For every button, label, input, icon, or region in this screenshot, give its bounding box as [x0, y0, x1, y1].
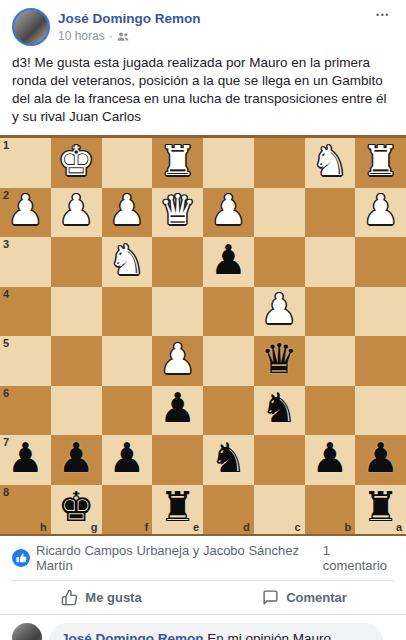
like-badge-icon[interactable] — [12, 549, 30, 567]
file-label-d: d — [243, 521, 250, 533]
piece-bR-a8: ♜ — [362, 487, 399, 528]
like-button-label: Me gusta — [85, 590, 141, 605]
file-label-a: a — [396, 521, 402, 533]
square-f5 — [102, 336, 153, 386]
facebook-post: José Domingo Remon 10 horas · ••• d3! Me… — [0, 0, 406, 640]
square-g3 — [51, 237, 102, 287]
post-text: d3! Me gusta esta jugada realizada por M… — [0, 50, 406, 135]
square-f4 — [102, 287, 153, 337]
file-label-h: h — [40, 521, 47, 533]
comment-button-label: Comentar — [286, 590, 347, 605]
square-a8: a♜ — [355, 485, 406, 535]
square-c7 — [254, 435, 305, 485]
piece-wR-e1: ♜ — [159, 141, 196, 182]
piece-bP-g7: ♟ — [58, 438, 95, 479]
square-h1: 1 — [0, 138, 51, 188]
square-g4 — [51, 287, 102, 337]
friends-privacy-icon — [117, 31, 129, 42]
piece-bP-d3: ♟ — [210, 240, 247, 281]
square-b8: b — [305, 485, 356, 535]
rank-label-7: 7 — [3, 436, 9, 448]
square-d1 — [203, 138, 254, 188]
square-b7: ♟ — [305, 435, 356, 485]
square-a2: ♟ — [355, 188, 406, 238]
comment-author-avatar[interactable] — [12, 623, 42, 640]
square-g1: ♚ — [51, 138, 102, 188]
square-h7: 7♟ — [0, 435, 51, 485]
square-d7: ♞ — [203, 435, 254, 485]
square-g5 — [51, 336, 102, 386]
square-b2 — [305, 188, 356, 238]
square-c3 — [254, 237, 305, 287]
square-h2: 2♟ — [0, 188, 51, 238]
square-f7: ♟ — [102, 435, 153, 485]
square-d2: ♟ — [203, 188, 254, 238]
square-c1 — [254, 138, 305, 188]
square-d4 — [203, 287, 254, 337]
square-b3 — [305, 237, 356, 287]
piece-wR-a1: ♜ — [362, 141, 399, 182]
piece-wP-c4: ♟ — [261, 289, 298, 330]
rank-label-4: 4 — [3, 288, 9, 300]
rank-label-8: 8 — [3, 486, 9, 498]
square-e7 — [152, 435, 203, 485]
square-e6: ♟ — [152, 386, 203, 436]
piece-bP-e6: ♟ — [159, 388, 196, 429]
square-b4 — [305, 287, 356, 337]
square-e5: ♟ — [152, 336, 203, 386]
square-h8: 8h — [0, 485, 51, 535]
comment-count[interactable]: 1 comentario — [323, 543, 394, 573]
rank-label-1: 1 — [3, 139, 9, 151]
piece-wP-g2: ♟ — [58, 190, 95, 231]
more-options-icon[interactable]: ••• — [372, 6, 394, 24]
square-h6: 6 — [0, 386, 51, 436]
author-avatar[interactable] — [12, 8, 50, 46]
square-c2 — [254, 188, 305, 238]
square-c8: c — [254, 485, 305, 535]
square-d5 — [203, 336, 254, 386]
piece-wK-g1: ♚ — [58, 141, 95, 182]
file-label-e: e — [193, 521, 199, 533]
square-a7: ♟ — [355, 435, 406, 485]
piece-bP-h7: ♟ — [7, 438, 44, 479]
piece-wN-b1: ♞ — [311, 141, 348, 182]
piece-wP-f2: ♟ — [108, 190, 145, 231]
square-c5: ♛ — [254, 336, 305, 386]
file-label-f: f — [145, 521, 149, 533]
square-d3: ♟ — [203, 237, 254, 287]
square-g2: ♟ — [51, 188, 102, 238]
square-e1: ♜ — [152, 138, 203, 188]
square-b1: ♞ — [305, 138, 356, 188]
post-timestamp[interactable]: 10 horas — [58, 29, 105, 43]
piece-wP-a2: ♟ — [362, 190, 399, 231]
piece-wQ-e2: ♛ — [159, 190, 196, 231]
square-e8: e♜ — [152, 485, 203, 535]
square-g7: ♟ — [51, 435, 102, 485]
square-b6 — [305, 386, 356, 436]
square-f6 — [102, 386, 153, 436]
square-a5 — [355, 336, 406, 386]
piece-wN-f3: ♞ — [108, 240, 145, 281]
chess-board: 1♚♜♞♜2♟♟♟♛♟♟3♞♟4♟5♟♛6♟♞7♟♟♟♞♟♟8hg♚fe♜dcb… — [0, 138, 406, 534]
timestamp-separator: · — [109, 29, 113, 43]
piece-bR-e8: ♜ — [159, 487, 196, 528]
file-label-g: g — [91, 521, 98, 533]
comment-button[interactable]: Comentar — [203, 581, 406, 614]
square-b5 — [305, 336, 356, 386]
square-a1: ♜ — [355, 138, 406, 188]
rank-label-5: 5 — [3, 337, 9, 349]
author-name[interactable]: José Domingo Remon — [58, 10, 201, 27]
square-c6: ♞ — [254, 386, 305, 436]
post-image-chess-board[interactable]: 1♚♜♞♜2♟♟♟♛♟♟3♞♟4♟5♟♛6♟♞7♟♟♟♞♟♟8hg♚fe♜dcb… — [0, 135, 406, 536]
square-a4 — [355, 287, 406, 337]
piece-wP-e5: ♟ — [159, 339, 196, 380]
rank-label-6: 6 — [3, 387, 9, 399]
square-a6 — [355, 386, 406, 436]
square-f2: ♟ — [102, 188, 153, 238]
piece-bP-a7: ♟ — [362, 438, 399, 479]
piece-bP-f7: ♟ — [108, 438, 145, 479]
piece-bQ-c5: ♛ — [261, 339, 298, 380]
square-e4 — [152, 287, 203, 337]
square-d8: d — [203, 485, 254, 535]
comment-author-name[interactable]: José Domingo Remon — [61, 631, 204, 640]
piece-bN-d7: ♞ — [210, 438, 247, 479]
file-label-b: b — [345, 521, 352, 533]
piece-bN-c6: ♞ — [261, 388, 298, 429]
square-e3 — [152, 237, 203, 287]
like-button[interactable]: Me gusta — [0, 581, 203, 614]
square-h5: 5 — [0, 336, 51, 386]
rank-label-2: 2 — [3, 189, 9, 201]
comment-bubble: José Domingo Remon En mi opinión Mauro g… — [49, 623, 383, 640]
likers-names[interactable]: Ricardo Campos Urbaneja y Jacobo Sánchez… — [36, 543, 323, 573]
comment: José Domingo Remon En mi opinión Mauro g… — [0, 615, 406, 640]
square-g6 — [51, 386, 102, 436]
file-label-c: c — [294, 521, 300, 533]
social-bar: Ricardo Campos Urbaneja y Jacobo Sánchez… — [0, 536, 406, 580]
square-h4: 4 — [0, 287, 51, 337]
piece-bK-g8: ♚ — [58, 487, 95, 528]
rank-label-3: 3 — [3, 238, 9, 250]
action-bar: Me gusta Comentar — [0, 581, 406, 615]
square-g8: g♚ — [51, 485, 102, 535]
post-header: José Domingo Remon 10 horas · ••• — [0, 0, 406, 50]
piece-wP-d2: ♟ — [210, 190, 247, 231]
square-e2: ♛ — [152, 188, 203, 238]
square-f1 — [102, 138, 153, 188]
square-f3: ♞ — [102, 237, 153, 287]
square-c4: ♟ — [254, 287, 305, 337]
square-f8: f — [102, 485, 153, 535]
piece-bP-b7: ♟ — [311, 438, 348, 479]
square-a3 — [355, 237, 406, 287]
square-h3: 3 — [0, 237, 51, 287]
speech-bubble-icon — [262, 589, 279, 606]
thumbs-up-outline-icon — [61, 589, 78, 606]
piece-wP-h2: ♟ — [7, 190, 44, 231]
square-d6 — [203, 386, 254, 436]
